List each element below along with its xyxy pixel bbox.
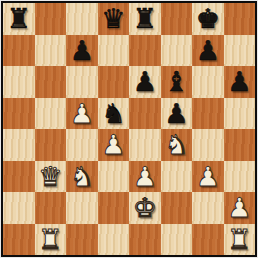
square-e7[interactable] — [129, 35, 161, 67]
piece-black-knight-d5[interactable]: ♞ — [101, 98, 125, 129]
piece-white-pawn-d4[interactable]: ♟ — [101, 129, 125, 160]
square-e5[interactable] — [129, 98, 161, 130]
square-f5[interactable]: ♟ — [161, 98, 193, 130]
piece-black-king-g8[interactable]: ♚ — [196, 3, 220, 34]
chess-board: ♜♛♜♚♟♟♟♝♟♟♞♟♟♞♛♞♟♟♚♟♜♜ — [3, 3, 255, 255]
board-frame: ♜♛♜♚♟♟♟♝♟♟♞♟♟♞♛♞♟♟♚♟♜♜ — [1, 1, 257, 257]
square-d3[interactable] — [98, 161, 130, 193]
square-b3[interactable]: ♛ — [35, 161, 67, 193]
piece-white-pawn-h2[interactable]: ♟ — [227, 192, 251, 223]
piece-white-pawn-g3[interactable]: ♟ — [196, 161, 220, 192]
square-b4[interactable] — [35, 129, 67, 161]
square-e8[interactable]: ♜ — [129, 3, 161, 35]
square-c8[interactable] — [66, 3, 98, 35]
piece-white-queen-b3[interactable]: ♛ — [38, 161, 62, 192]
piece-black-bishop-f6[interactable]: ♝ — [164, 66, 188, 97]
square-g8[interactable]: ♚ — [192, 3, 224, 35]
square-a1[interactable] — [3, 224, 35, 256]
piece-black-rook-a8[interactable]: ♜ — [7, 3, 31, 34]
square-d1[interactable] — [98, 224, 130, 256]
piece-black-pawn-f5[interactable]: ♟ — [164, 98, 188, 129]
piece-white-knight-c3[interactable]: ♞ — [70, 161, 94, 192]
square-c6[interactable] — [66, 66, 98, 98]
square-b6[interactable] — [35, 66, 67, 98]
square-c4[interactable] — [66, 129, 98, 161]
square-h3[interactable] — [224, 161, 256, 193]
square-b7[interactable] — [35, 35, 67, 67]
square-a3[interactable] — [3, 161, 35, 193]
square-c3[interactable]: ♞ — [66, 161, 98, 193]
square-g1[interactable] — [192, 224, 224, 256]
square-a7[interactable] — [3, 35, 35, 67]
square-g7[interactable]: ♟ — [192, 35, 224, 67]
square-a5[interactable] — [3, 98, 35, 130]
square-h7[interactable] — [224, 35, 256, 67]
square-h1[interactable]: ♜ — [224, 224, 256, 256]
piece-white-rook-b1[interactable]: ♜ — [38, 224, 62, 255]
piece-white-knight-f4[interactable]: ♞ — [164, 129, 188, 160]
square-b1[interactable]: ♜ — [35, 224, 67, 256]
square-e6[interactable]: ♟ — [129, 66, 161, 98]
square-e2[interactable]: ♚ — [129, 192, 161, 224]
piece-black-pawn-c7[interactable]: ♟ — [70, 35, 94, 66]
square-h4[interactable] — [224, 129, 256, 161]
piece-white-rook-h1[interactable]: ♜ — [227, 224, 251, 255]
square-d5[interactable]: ♞ — [98, 98, 130, 130]
square-f3[interactable] — [161, 161, 193, 193]
square-f6[interactable]: ♝ — [161, 66, 193, 98]
square-a2[interactable] — [3, 192, 35, 224]
square-d6[interactable] — [98, 66, 130, 98]
piece-black-queen-d8[interactable]: ♛ — [101, 3, 125, 34]
square-g5[interactable] — [192, 98, 224, 130]
square-c7[interactable]: ♟ — [66, 35, 98, 67]
square-f8[interactable] — [161, 3, 193, 35]
square-a4[interactable] — [3, 129, 35, 161]
piece-white-king-e2[interactable]: ♚ — [133, 192, 157, 223]
square-g3[interactable]: ♟ — [192, 161, 224, 193]
square-e4[interactable] — [129, 129, 161, 161]
square-c2[interactable] — [66, 192, 98, 224]
square-d2[interactable] — [98, 192, 130, 224]
piece-black-pawn-g7[interactable]: ♟ — [196, 35, 220, 66]
square-d4[interactable]: ♟ — [98, 129, 130, 161]
square-c5[interactable]: ♟ — [66, 98, 98, 130]
board-outer-edge: ♜♛♜♚♟♟♟♝♟♟♞♟♟♞♛♞♟♟♚♟♜♜ — [0, 0, 258, 258]
square-h8[interactable] — [224, 3, 256, 35]
square-h6[interactable]: ♟ — [224, 66, 256, 98]
square-e1[interactable] — [129, 224, 161, 256]
piece-black-rook-e8[interactable]: ♜ — [133, 3, 157, 34]
square-b5[interactable] — [35, 98, 67, 130]
piece-black-pawn-h6[interactable]: ♟ — [227, 66, 251, 97]
square-f4[interactable]: ♞ — [161, 129, 193, 161]
square-d8[interactable]: ♛ — [98, 3, 130, 35]
piece-white-pawn-e3[interactable]: ♟ — [133, 161, 157, 192]
piece-white-pawn-c5[interactable]: ♟ — [70, 98, 94, 129]
square-d7[interactable] — [98, 35, 130, 67]
square-g6[interactable] — [192, 66, 224, 98]
square-h5[interactable] — [224, 98, 256, 130]
square-a8[interactable]: ♜ — [3, 3, 35, 35]
square-f2[interactable] — [161, 192, 193, 224]
square-h2[interactable]: ♟ — [224, 192, 256, 224]
square-e3[interactable]: ♟ — [129, 161, 161, 193]
square-a6[interactable] — [3, 66, 35, 98]
square-c1[interactable] — [66, 224, 98, 256]
piece-black-pawn-e6[interactable]: ♟ — [133, 66, 157, 97]
square-f7[interactable] — [161, 35, 193, 67]
square-g2[interactable] — [192, 192, 224, 224]
square-b2[interactable] — [35, 192, 67, 224]
square-b8[interactable] — [35, 3, 67, 35]
square-f1[interactable] — [161, 224, 193, 256]
square-g4[interactable] — [192, 129, 224, 161]
